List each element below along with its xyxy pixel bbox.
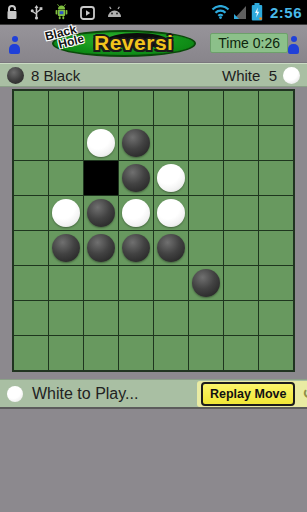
game-timer: Time 0:26: [210, 33, 288, 53]
board-cell[interactable]: [224, 91, 258, 125]
board-cell[interactable]: [119, 196, 153, 230]
black-player-icon: [8, 36, 21, 54]
black-hole-cell[interactable]: [84, 161, 118, 195]
board-cell[interactable]: [14, 336, 48, 370]
board-cell[interactable]: [189, 231, 223, 265]
board-cell[interactable]: [49, 231, 83, 265]
white-score-label: White 5: [222, 67, 277, 84]
empty-footer: [0, 409, 307, 512]
board-cell[interactable]: [259, 266, 293, 300]
board-cell[interactable]: [49, 266, 83, 300]
signal-strength-icon: [234, 6, 247, 19]
board-cell[interactable]: [119, 266, 153, 300]
black-score-label: 8 Black: [31, 67, 80, 84]
battery-charging-icon: [251, 3, 263, 21]
board-cell[interactable]: [224, 336, 258, 370]
white-score: White 5: [222, 67, 300, 84]
board-cell[interactable]: [84, 126, 118, 160]
board-cell[interactable]: [14, 91, 48, 125]
board: [12, 89, 295, 372]
board-cell[interactable]: [14, 196, 48, 230]
board-cell[interactable]: [154, 266, 188, 300]
board-cell[interactable]: [259, 336, 293, 370]
board-cell[interactable]: [154, 91, 188, 125]
system-status-icons: 2:56: [211, 3, 302, 21]
board-cell[interactable]: [119, 126, 153, 160]
black-score: 8 Black: [7, 67, 80, 84]
board-cell[interactable]: [259, 301, 293, 335]
white-disc: [87, 129, 115, 157]
white-disc-icon: [283, 67, 300, 84]
undo-arrow-icon: ↺: [302, 386, 307, 402]
bottom-bar: White to Play... Replay Move ↺: [0, 379, 307, 409]
board-cell[interactable]: [119, 336, 153, 370]
wifi-icon: [211, 5, 230, 19]
board-cell[interactable]: [189, 161, 223, 195]
status-bar: 2:56: [0, 0, 307, 25]
board-cell[interactable]: [84, 91, 118, 125]
play-box-icon: [80, 5, 95, 20]
black-disc: [122, 129, 150, 157]
board-cell[interactable]: [189, 126, 223, 160]
board-cell[interactable]: [84, 231, 118, 265]
board-cell[interactable]: [119, 231, 153, 265]
board-cell[interactable]: [14, 266, 48, 300]
android-robot-icon: [54, 4, 69, 20]
board-cell[interactable]: [14, 126, 48, 160]
board-cell[interactable]: [259, 231, 293, 265]
board-cell[interactable]: [189, 301, 223, 335]
turn-status-text: White to Play...: [32, 385, 138, 403]
board-cell[interactable]: [49, 161, 83, 195]
board-cell[interactable]: [154, 301, 188, 335]
board-cell[interactable]: [49, 91, 83, 125]
board-cell[interactable]: [154, 126, 188, 160]
board-cell[interactable]: [154, 231, 188, 265]
black-disc: [122, 164, 150, 192]
black-disc: [87, 234, 115, 262]
board-cell[interactable]: [224, 161, 258, 195]
board-cell[interactable]: [84, 336, 118, 370]
board-cell[interactable]: [224, 266, 258, 300]
board-cell[interactable]: [119, 161, 153, 195]
board-zone: [0, 89, 307, 379]
board-cell[interactable]: [259, 196, 293, 230]
board-cell[interactable]: [259, 91, 293, 125]
board-cell[interactable]: [189, 91, 223, 125]
white-player-icon: [287, 36, 300, 54]
board-cell[interactable]: [189, 266, 223, 300]
board-cell[interactable]: [84, 196, 118, 230]
board-cell[interactable]: [14, 301, 48, 335]
notification-icons: [5, 4, 123, 20]
board-cell[interactable]: [119, 91, 153, 125]
black-disc: [52, 234, 80, 262]
white-disc: [157, 199, 185, 227]
board-cell[interactable]: [259, 126, 293, 160]
board-cell[interactable]: [49, 301, 83, 335]
board-cell[interactable]: [154, 196, 188, 230]
board-cell[interactable]: [14, 231, 48, 265]
usb-icon: [30, 4, 43, 20]
board-cell[interactable]: [224, 231, 258, 265]
board-cell[interactable]: [189, 336, 223, 370]
board-cell[interactable]: [154, 336, 188, 370]
clock: 2:56: [270, 4, 302, 21]
app-header: Black Hole Reversi Time 0:26: [0, 25, 307, 63]
board-cell[interactable]: [84, 266, 118, 300]
board-cell[interactable]: [154, 161, 188, 195]
white-disc: [122, 199, 150, 227]
black-disc-icon: [7, 67, 24, 84]
black-disc: [192, 269, 220, 297]
board-cell[interactable]: [14, 161, 48, 195]
black-disc: [87, 199, 115, 227]
unlocked-padlock-icon: [5, 4, 19, 20]
board-cell[interactable]: [84, 301, 118, 335]
black-disc: [157, 234, 185, 262]
replay-move-button[interactable]: Replay Move ↺: [197, 381, 307, 407]
black-disc: [122, 234, 150, 262]
board-cell[interactable]: [119, 301, 153, 335]
white-disc: [157, 164, 185, 192]
turn-indicator-disc: [7, 386, 23, 402]
logo-reversi-text: Reversi: [94, 31, 173, 55]
board-cell[interactable]: [224, 301, 258, 335]
android-head-icon: [106, 6, 123, 18]
white-disc: [52, 199, 80, 227]
score-bar: 8 Black White 5: [0, 63, 307, 87]
replay-move-label: Replay Move: [201, 382, 295, 406]
board-cell[interactable]: [224, 126, 258, 160]
board-cell[interactable]: [49, 126, 83, 160]
board-cell[interactable]: [189, 196, 223, 230]
board-cell[interactable]: [49, 336, 83, 370]
board-cell[interactable]: [224, 196, 258, 230]
board-cell[interactable]: [259, 161, 293, 195]
app-logo: Black Hole Reversi: [44, 26, 204, 61]
board-cell[interactable]: [49, 196, 83, 230]
